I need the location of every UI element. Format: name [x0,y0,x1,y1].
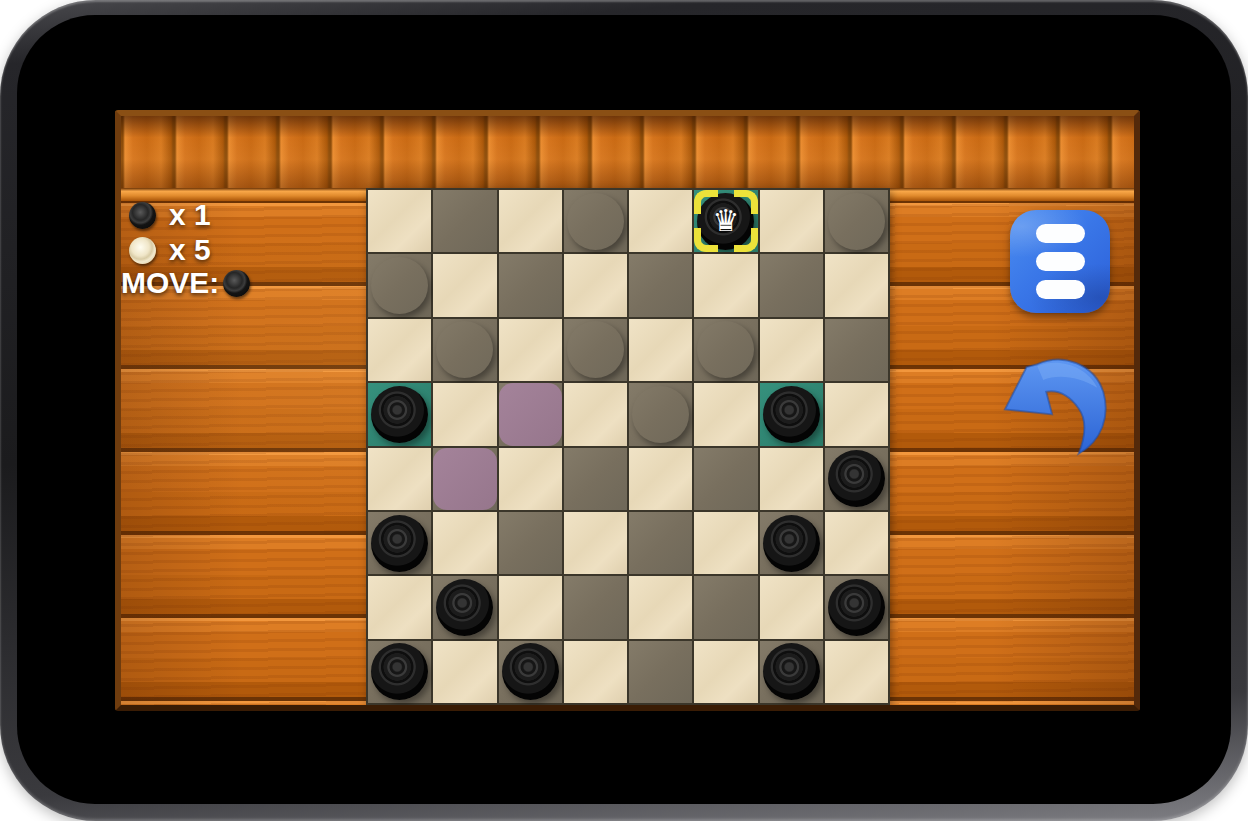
white-man[interactable] [632,386,689,443]
square-r1c7 [760,190,823,252]
square-r1c8[interactable] [825,190,888,252]
square-r8c2 [433,641,496,703]
square-r6c1[interactable] [368,512,431,574]
black-man[interactable] [371,515,428,572]
square-r1c4[interactable] [564,190,627,252]
white-man[interactable] [567,321,624,378]
black-man[interactable] [436,579,493,636]
white-captured-count: x 5 [169,233,211,267]
square-r5c3 [499,448,562,510]
square-r4c6 [694,383,757,445]
square-r5c7 [760,448,823,510]
square-r3c1 [368,319,431,381]
square-r6c2 [433,512,496,574]
wood-top-strip [121,116,1134,188]
square-r1c2[interactable] [433,190,496,252]
square-r8c6 [694,641,757,703]
square-r5c8[interactable] [825,448,888,510]
square-r2c7[interactable] [760,254,823,316]
move-label: MOVE: [121,266,219,300]
square-r4c7[interactable] [760,383,823,445]
black-man[interactable] [763,515,820,572]
square-r3c4[interactable] [564,319,627,381]
square-r3c2[interactable] [433,319,496,381]
king-crown-icon: ♛ [712,206,739,236]
tablet-frame: x 1 x 5 MOVE: ♛ [0,0,1248,821]
board: ♛ [366,188,890,705]
square-r5c6[interactable] [694,448,757,510]
white-man[interactable] [436,321,493,378]
square-r4c5[interactable] [629,383,692,445]
square-r4c1[interactable] [368,383,431,445]
square-r7c5 [629,576,692,638]
square-r6c7[interactable] [760,512,823,574]
black-piece-icon [129,202,156,229]
square-r7c8[interactable] [825,576,888,638]
square-r2c2 [433,254,496,316]
white-piece-icon [129,237,156,264]
square-r8c1[interactable] [368,641,431,703]
square-r8c3[interactable] [499,641,562,703]
square-r7c2[interactable] [433,576,496,638]
square-r8c5[interactable] [629,641,692,703]
square-r4c8 [825,383,888,445]
square-r2c5[interactable] [629,254,692,316]
square-r2c1[interactable] [368,254,431,316]
black-captured-count: x 1 [169,198,211,232]
highlight-square[interactable] [433,448,496,510]
square-r8c4 [564,641,627,703]
black-man[interactable] [828,579,885,636]
black-man[interactable] [371,643,428,700]
square-r1c3 [499,190,562,252]
square-r7c4[interactable] [564,576,627,638]
captured-white-row: x 5 [129,233,211,267]
white-man[interactable] [371,257,428,314]
square-r1c1 [368,190,431,252]
black-man[interactable] [502,643,559,700]
undo-icon [1000,352,1118,460]
square-r6c6 [694,512,757,574]
square-r2c3[interactable] [499,254,562,316]
square-r4c4 [564,383,627,445]
black-man[interactable] [828,450,885,507]
square-r1c6[interactable]: ♛ [694,190,757,252]
square-r2c8 [825,254,888,316]
square-r6c5[interactable] [629,512,692,574]
square-r3c5 [629,319,692,381]
square-r5c4[interactable] [564,448,627,510]
square-r3c8[interactable] [825,319,888,381]
square-r7c7 [760,576,823,638]
square-r4c2 [433,383,496,445]
square-r8c8 [825,641,888,703]
square-r2c4 [564,254,627,316]
square-r5c2[interactable] [433,448,496,510]
black-man[interactable] [371,386,428,443]
white-man[interactable] [828,193,885,250]
square-r3c7 [760,319,823,381]
black-man[interactable] [763,643,820,700]
black-king[interactable]: ♛ [697,193,754,250]
square-r2c6 [694,254,757,316]
square-r8c7[interactable] [760,641,823,703]
square-r7c6[interactable] [694,576,757,638]
highlight-square[interactable] [499,383,562,445]
square-r5c5 [629,448,692,510]
menu-button[interactable] [1010,210,1110,313]
square-r6c3[interactable] [499,512,562,574]
square-r4c3[interactable] [499,383,562,445]
turn-piece-icon [223,270,250,297]
move-indicator: MOVE: [121,266,250,300]
black-man[interactable] [763,386,820,443]
white-man[interactable] [697,321,754,378]
square-r7c1 [368,576,431,638]
square-r7c3 [499,576,562,638]
square-r3c3 [499,319,562,381]
square-r3c6[interactable] [694,319,757,381]
wood-table: x 1 x 5 MOVE: ♛ [115,110,1140,711]
undo-button[interactable] [1000,352,1118,460]
square-r5c1 [368,448,431,510]
square-r1c5 [629,190,692,252]
captured-black-row: x 1 [129,198,211,232]
square-r6c8 [825,512,888,574]
white-man[interactable] [567,193,624,250]
square-r6c4 [564,512,627,574]
